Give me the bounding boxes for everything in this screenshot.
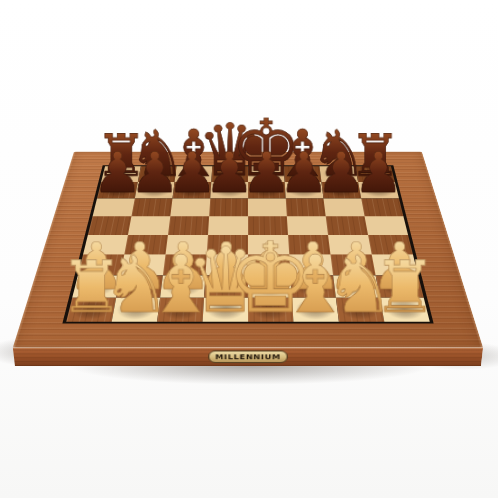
board-grid: ♜♞♝♛♚♝♞♜♟♟♟♟♟♟♟♟♟♟♟♟♟♟♟♟♜♞♝♛♚♝♞♜: [66, 166, 430, 321]
chess-board: ♜♞♝♛♚♝♞♜♟♟♟♟♟♟♟♟♟♟♟♟♟♟♟♟♜♞♝♛♚♝♞♜ MILLENN…: [13, 152, 483, 348]
square-b6[interactable]: [131, 199, 172, 217]
square-c6[interactable]: [170, 199, 210, 217]
square-d6[interactable]: [209, 199, 248, 217]
board-playing-area: ♜♞♝♛♚♝♞♜♟♟♟♟♟♟♟♟♟♟♟♟♟♟♟♟♜♞♝♛♚♝♞♜: [62, 165, 433, 323]
square-e6[interactable]: [248, 199, 287, 217]
chessboard-photo: ♜♞♝♛♚♝♞♜♟♟♟♟♟♟♟♟♟♟♟♟♟♟♟♟♜♞♝♛♚♝♞♜ MILLENN…: [0, 0, 498, 498]
square-g6[interactable]: [323, 199, 364, 217]
square-h7[interactable]: ♟: [358, 182, 399, 199]
square-h6[interactable]: [361, 199, 403, 217]
square-h1[interactable]: ♜: [380, 298, 430, 322]
square-f6[interactable]: [286, 199, 326, 217]
brand-label: MILLENNIUM: [215, 353, 281, 361]
brand-plaque: MILLENNIUM: [208, 350, 288, 363]
square-a6[interactable]: [93, 199, 135, 217]
board-front-edge: MILLENNIUM: [13, 348, 483, 366]
